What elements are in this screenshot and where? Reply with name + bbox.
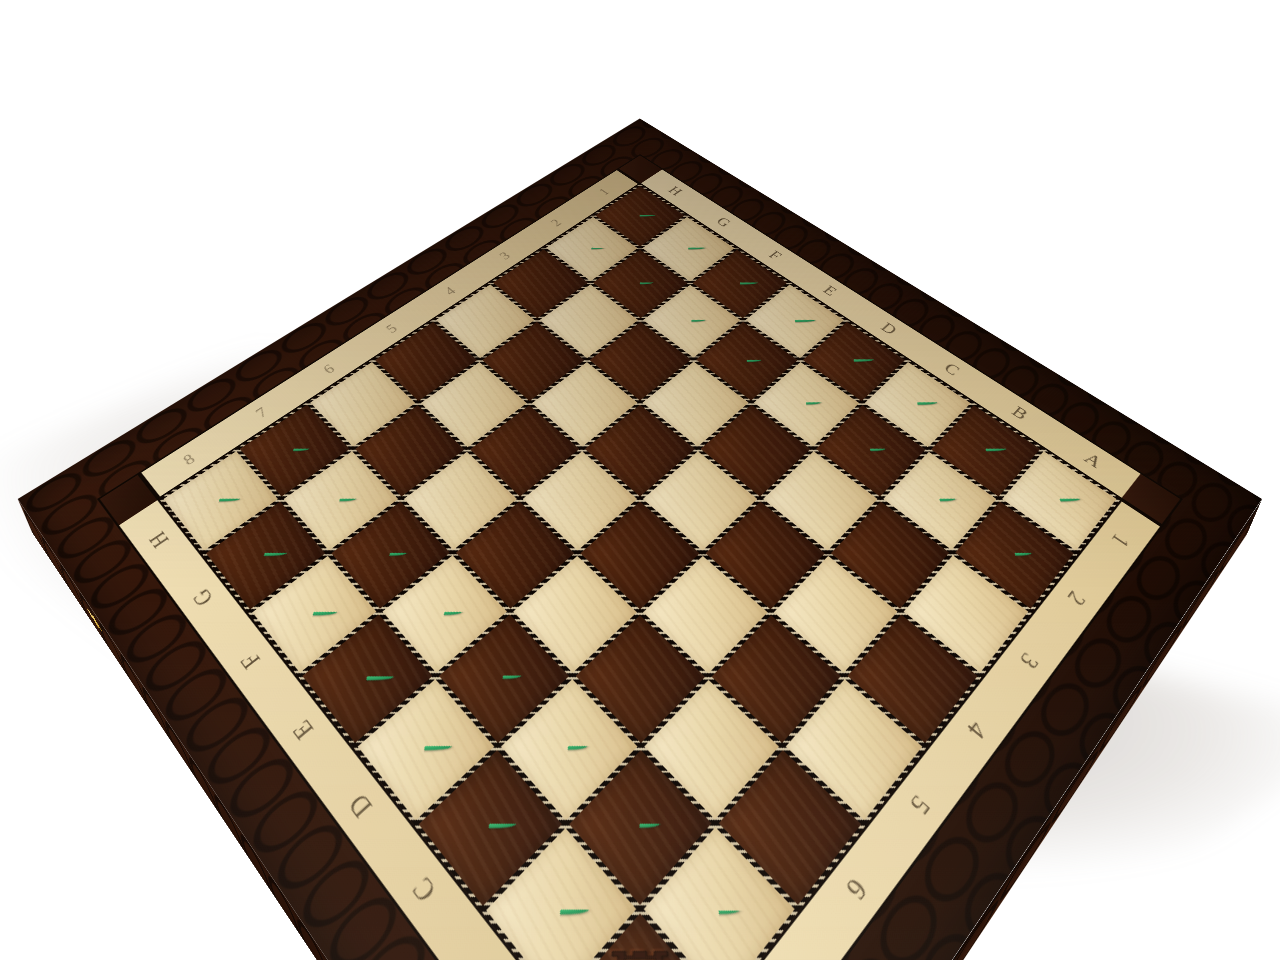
green-felt-base bbox=[923, 496, 956, 501]
square-b5 bbox=[711, 615, 841, 743]
green-felt-base bbox=[627, 281, 654, 285]
square-b6 bbox=[643, 680, 779, 821]
green-felt-base bbox=[791, 401, 821, 405]
square-b8: ♞ bbox=[486, 828, 637, 960]
green-felt-base bbox=[997, 550, 1032, 556]
green-felt-base bbox=[620, 820, 660, 828]
green-felt-base bbox=[678, 318, 706, 322]
photo-canvas: HGFEDCBA HGFEDCBA 87654321 87654321 ♜♟♟♜… bbox=[0, 0, 1280, 960]
square-a8: ♜ bbox=[561, 914, 720, 960]
green-felt-base bbox=[624, 214, 655, 217]
square-a7: ♟ bbox=[644, 828, 795, 960]
green-felt-base bbox=[1039, 496, 1081, 501]
chess-board: HGFEDCBA HGFEDCBA 87654321 87654321 ♜♟♟♜… bbox=[18, 119, 1263, 960]
green-felt-base bbox=[200, 496, 242, 501]
green-felt-base bbox=[834, 358, 874, 362]
green-felt-base bbox=[965, 447, 1007, 452]
green-felt-base bbox=[579, 246, 605, 249]
green-felt-base bbox=[278, 447, 310, 452]
scene: HGFEDCBA HGFEDCBA 87654321 87654321 ♜♟♟♜… bbox=[0, 0, 1280, 960]
green-felt-base bbox=[722, 281, 757, 285]
green-felt-base bbox=[855, 447, 887, 452]
green-felt-base bbox=[732, 358, 761, 362]
green-felt-base bbox=[671, 246, 705, 249]
square-b7: ♟ bbox=[569, 750, 712, 905]
green-felt-base bbox=[897, 401, 937, 405]
green-felt-base bbox=[775, 318, 815, 322]
